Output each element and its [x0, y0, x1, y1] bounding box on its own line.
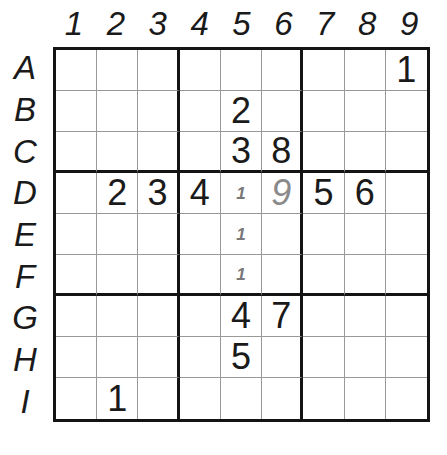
- cell-A5[interactable]: [221, 50, 262, 91]
- cell-A8[interactable]: [345, 50, 386, 91]
- cell-H8[interactable]: [345, 337, 386, 378]
- cell-H4[interactable]: [180, 337, 221, 378]
- col-label-8: 8: [346, 7, 388, 40]
- sudoku-puzzle: 123456789 ABCDEFGHI 12382341956114751: [0, 0, 447, 455]
- cell-F4[interactable]: [180, 255, 221, 296]
- cell-I1[interactable]: [56, 378, 97, 419]
- cell-H3[interactable]: [138, 337, 179, 378]
- cell-G1[interactable]: [56, 296, 97, 337]
- cell-I7[interactable]: [303, 378, 344, 419]
- cell-D6[interactable]: 9: [262, 173, 303, 214]
- cell-B8[interactable]: [345, 91, 386, 132]
- col-label-9: 9: [388, 7, 430, 40]
- cell-H5[interactable]: 5: [221, 337, 262, 378]
- cell-F2[interactable]: [97, 255, 138, 296]
- cell-F8[interactable]: [345, 255, 386, 296]
- cell-I2[interactable]: 1: [97, 378, 138, 419]
- cell-B3[interactable]: [138, 91, 179, 132]
- pencil-mark-F5: 1: [236, 266, 245, 283]
- cell-F1[interactable]: [56, 255, 97, 296]
- cell-E6[interactable]: [262, 214, 303, 255]
- row-label-B: B: [4, 93, 50, 126]
- cell-G8[interactable]: [345, 296, 386, 337]
- cell-D5[interactable]: 1: [221, 173, 262, 214]
- cell-G7[interactable]: [303, 296, 344, 337]
- cell-I5[interactable]: [221, 378, 262, 419]
- cell-C1[interactable]: [56, 132, 97, 173]
- cell-C4[interactable]: [180, 132, 221, 173]
- row-label-I: I: [4, 385, 50, 418]
- cell-D3[interactable]: 3: [138, 173, 179, 214]
- cell-D1[interactable]: [56, 173, 97, 214]
- col-label-2: 2: [95, 7, 137, 40]
- cell-G3[interactable]: [138, 296, 179, 337]
- cell-B6[interactable]: [262, 91, 303, 132]
- cell-I8[interactable]: [345, 378, 386, 419]
- cell-B7[interactable]: [303, 91, 344, 132]
- row-label-H: H: [4, 343, 50, 376]
- cell-F3[interactable]: [138, 255, 179, 296]
- cell-A9[interactable]: 1: [386, 50, 427, 91]
- cell-H2[interactable]: [97, 337, 138, 378]
- cell-C6[interactable]: 8: [262, 132, 303, 173]
- cell-H7[interactable]: [303, 337, 344, 378]
- row-label-E: E: [4, 218, 50, 251]
- cell-E3[interactable]: [138, 214, 179, 255]
- cell-H1[interactable]: [56, 337, 97, 378]
- cell-I4[interactable]: [180, 378, 221, 419]
- cell-C8[interactable]: [345, 132, 386, 173]
- row-labels: ABCDEFGHI: [4, 47, 50, 422]
- column-labels: 123456789: [53, 2, 430, 44]
- cell-C9[interactable]: [386, 132, 427, 173]
- cell-I6[interactable]: [262, 378, 303, 419]
- cell-G6[interactable]: 7: [262, 296, 303, 337]
- cell-H6[interactable]: [262, 337, 303, 378]
- cell-B1[interactable]: [56, 91, 97, 132]
- cell-D2[interactable]: 2: [97, 173, 138, 214]
- col-label-3: 3: [137, 7, 179, 40]
- cell-I3[interactable]: [138, 378, 179, 419]
- cell-A4[interactable]: [180, 50, 221, 91]
- row-label-C: C: [4, 135, 50, 168]
- col-label-1: 1: [53, 7, 95, 40]
- cell-D8[interactable]: 6: [345, 173, 386, 214]
- cell-F5[interactable]: 1: [221, 255, 262, 296]
- col-label-5: 5: [221, 7, 263, 40]
- cell-E1[interactable]: [56, 214, 97, 255]
- col-label-7: 7: [304, 7, 346, 40]
- cell-G5[interactable]: 4: [221, 296, 262, 337]
- cell-E2[interactable]: [97, 214, 138, 255]
- cell-C5[interactable]: 3: [221, 132, 262, 173]
- cell-A2[interactable]: [97, 50, 138, 91]
- cell-B4[interactable]: [180, 91, 221, 132]
- row-label-D: D: [4, 176, 50, 209]
- row-label-F: F: [4, 260, 50, 293]
- cell-D9[interactable]: [386, 173, 427, 214]
- cell-E4[interactable]: [180, 214, 221, 255]
- cell-G2[interactable]: [97, 296, 138, 337]
- sudoku-board: 12382341956114751: [53, 47, 430, 422]
- cell-B2[interactable]: [97, 91, 138, 132]
- cell-F6[interactable]: [262, 255, 303, 296]
- cell-H9[interactable]: [386, 337, 427, 378]
- cell-C3[interactable]: [138, 132, 179, 173]
- cell-B9[interactable]: [386, 91, 427, 132]
- cell-F7[interactable]: [303, 255, 344, 296]
- cell-F9[interactable]: [386, 255, 427, 296]
- cell-B5[interactable]: 2: [221, 91, 262, 132]
- cell-E7[interactable]: [303, 214, 344, 255]
- row-label-G: G: [4, 301, 50, 334]
- cell-I9[interactable]: [386, 378, 427, 419]
- cell-D7[interactable]: 5: [303, 173, 344, 214]
- col-label-4: 4: [179, 7, 221, 40]
- cell-G9[interactable]: [386, 296, 427, 337]
- row-label-A: A: [4, 51, 50, 84]
- cell-A3[interactable]: [138, 50, 179, 91]
- cell-E5[interactable]: 1: [221, 214, 262, 255]
- cell-A1[interactable]: [56, 50, 97, 91]
- cell-G4[interactable]: [180, 296, 221, 337]
- col-label-6: 6: [262, 7, 304, 40]
- cell-A6[interactable]: [262, 50, 303, 91]
- cell-E8[interactable]: [345, 214, 386, 255]
- cell-E9[interactable]: [386, 214, 427, 255]
- pencil-mark-D5: 1: [236, 185, 245, 202]
- cell-D4[interactable]: 4: [180, 173, 221, 214]
- cell-A7[interactable]: [303, 50, 344, 91]
- cell-C7[interactable]: [303, 132, 344, 173]
- pencil-mark-E5: 1: [236, 226, 245, 243]
- cell-C2[interactable]: [97, 132, 138, 173]
